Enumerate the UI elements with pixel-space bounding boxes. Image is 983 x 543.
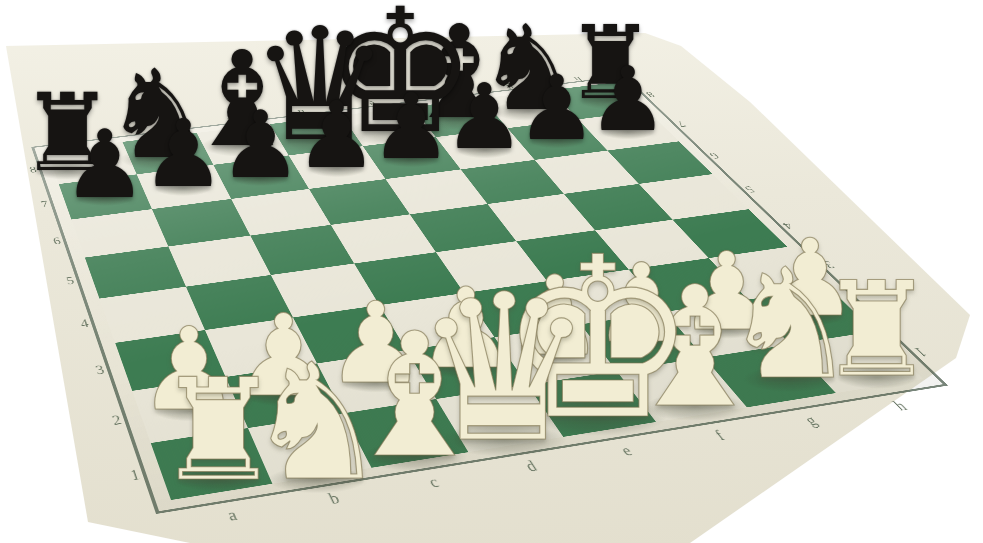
piece-black-pawn-g7[interactable]: ♟ (517, 64, 597, 154)
piece-black-pawn-d7[interactable]: ♟ (295, 90, 377, 182)
piece-white-knight-b1[interactable]: ♞ (245, 343, 389, 503)
piece-black-pawn-h7[interactable]: ♟ (588, 56, 668, 145)
chessboard-photo-scene: aabbccddeeffgghh8877665544332211 ♜♞♝♛♚♝♞… (0, 0, 983, 543)
piece-black-pawn-f7[interactable]: ♟ (444, 72, 525, 162)
piece-black-pawn-b7[interactable]: ♟ (141, 108, 225, 201)
piece-black-pawn-a7[interactable]: ♟ (62, 117, 147, 211)
piece-black-pawn-e7[interactable]: ♟ (370, 81, 452, 172)
piece-black-pawn-c7[interactable]: ♟ (219, 99, 302, 192)
